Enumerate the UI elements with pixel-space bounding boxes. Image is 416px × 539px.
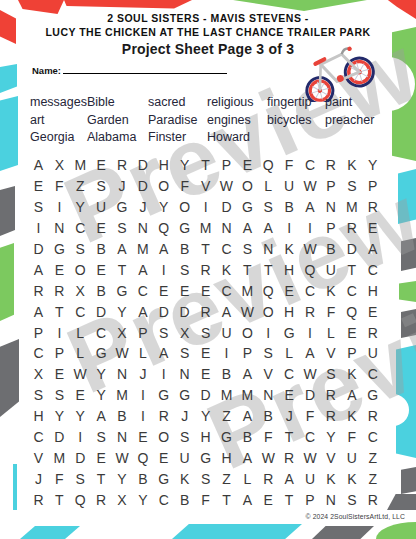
grid-cell: B (112, 406, 133, 427)
grid-cell: Q (341, 301, 362, 322)
grid-cell: G (153, 385, 174, 406)
grid-cell: N (320, 489, 341, 510)
deco-corner-bottom-right (376, 522, 416, 539)
grid-cell: A (28, 155, 49, 176)
deco-stripe-right-gray-c (401, 467, 416, 494)
grid-cell: G (91, 343, 112, 364)
grid-cell: J (132, 364, 153, 385)
grid-cell: A (362, 239, 383, 260)
grid-cell: C (300, 280, 321, 301)
grid-cell: T (49, 301, 70, 322)
grid-cell: Y (153, 197, 174, 218)
grid-cell: R (91, 489, 112, 510)
grid-cell: R (341, 218, 362, 239)
grid-cell: P (320, 176, 341, 197)
grid-cell: O (153, 176, 174, 197)
grid-cell: S (174, 259, 195, 280)
grid-cell: E (174, 280, 195, 301)
grid-cell: I (49, 322, 70, 343)
grid-cell: E (91, 218, 112, 239)
grid-cell: T (279, 427, 300, 448)
grid-cell: E (362, 301, 383, 322)
grid-cell: L (258, 176, 279, 197)
grid-cell: G (49, 239, 70, 260)
grid-cell: W (112, 343, 133, 364)
word-bank-item: engines (207, 113, 267, 127)
grid-cell: K (341, 364, 362, 385)
grid-cell: R (362, 489, 383, 510)
grid-cell: D (28, 239, 49, 260)
grid-cell: S (195, 468, 216, 489)
word-bank-item: art (30, 113, 87, 127)
deco-stripe-left-cyan-a (0, 64, 17, 93)
grid-cell: N (258, 239, 279, 260)
grid-cell: H (195, 427, 216, 448)
grid-cell: S (70, 239, 91, 260)
grid-cell: I (300, 218, 321, 239)
grid-cell: I (132, 406, 153, 427)
grid-cell: C (279, 364, 300, 385)
word-bank-item: messages (30, 95, 87, 109)
grid-cell: B (91, 239, 112, 260)
grid-cell: M (216, 385, 237, 406)
grid-cell: U (216, 322, 237, 343)
grid-cell: U (362, 343, 383, 364)
grid-cell: R (28, 280, 49, 301)
grid-cell: Z (362, 468, 383, 489)
grid-cell: I (49, 197, 70, 218)
grid-cell: R (279, 447, 300, 468)
grid-cell: I (216, 343, 237, 364)
grid-cell: D (216, 197, 237, 218)
grid-cell: R (195, 259, 216, 280)
grid-cell: L (132, 343, 153, 364)
grid-cell: C (362, 259, 383, 280)
deco-stripe-left-gray-b (0, 339, 19, 417)
grid-cell: G (153, 468, 174, 489)
grid-cell: A (279, 468, 300, 489)
grid-cell: S (341, 176, 362, 197)
grid-cell: S (258, 197, 279, 218)
grid-cell: Y (195, 406, 216, 427)
grid-cell: I (153, 364, 174, 385)
grid-cell: F (300, 406, 321, 427)
grid-cell: T (112, 259, 133, 280)
grid-cell: K (174, 468, 195, 489)
grid-cell: E (70, 385, 91, 406)
grid-cell: R (112, 155, 133, 176)
grid-cell: C (91, 322, 112, 343)
deco-stripe-left-green (0, 243, 14, 321)
grid-cell: C (70, 218, 91, 239)
grid-cell: D (341, 239, 362, 260)
deco-stripe-bottom-cyan-b (172, 524, 302, 539)
grid-cell: I (258, 322, 279, 343)
grid-cell: U (174, 447, 195, 468)
grid-cell: S (49, 385, 70, 406)
grid-cell: A (153, 239, 174, 260)
grid-cell: G (216, 427, 237, 448)
grid-cell: U (300, 468, 321, 489)
grid-cell: P (341, 343, 362, 364)
word-bank-item: fingertip (267, 95, 325, 109)
grid-cell: S (237, 239, 258, 260)
grid-cell: C (132, 280, 153, 301)
grid-cell: E (195, 343, 216, 364)
deco-stripe-left-gray-a (0, 186, 15, 236)
grid-cell: Z (216, 406, 237, 427)
grid-cell: Z (70, 176, 91, 197)
word-bank-item: Garden (87, 113, 148, 127)
grid-cell: E (132, 427, 153, 448)
grid-cell: K (341, 468, 362, 489)
grid-cell: R (195, 301, 216, 322)
grid-cell: F (49, 468, 70, 489)
grid-cell: G (362, 385, 383, 406)
grid-cell: C (341, 280, 362, 301)
grid-cell: A (341, 385, 362, 406)
grid-cell: U (279, 176, 300, 197)
title-line-2: LUCY THE CHICKEN AT THE LAST CHANCE TRAI… (0, 26, 416, 38)
grid-cell: N (112, 364, 133, 385)
grid-cell: J (174, 406, 195, 427)
grid-cell: S (174, 427, 195, 448)
word-bank-item: religious (207, 95, 267, 109)
copyright-notice: © 2024 2SoulSistersArtLtd, LLC (306, 513, 405, 520)
grid-cell: A (216, 301, 237, 322)
grid-cell: L (237, 468, 258, 489)
grid-cell: I (153, 259, 174, 280)
word-bank: messagesBiblesacredreligiousfingertippai… (30, 95, 390, 144)
grid-cell: B (174, 239, 195, 260)
grid-cell: E (91, 447, 112, 468)
grid-cell: O (237, 176, 258, 197)
grid-cell: Q (132, 447, 153, 468)
grid-cell: I (28, 218, 49, 239)
grid-cell: E (91, 259, 112, 280)
grid-cell: A (300, 197, 321, 218)
name-label: Name: (32, 65, 61, 76)
grid-cell: P (132, 322, 153, 343)
word-bank-item: paint (325, 95, 390, 109)
grid-cell: J (132, 197, 153, 218)
grid-cell: Y (320, 427, 341, 448)
grid-cell: G (112, 197, 133, 218)
grid-cell: E (279, 280, 300, 301)
grid-cell: Q (70, 489, 91, 510)
grid-cell: A (237, 364, 258, 385)
grid-cell: P (28, 322, 49, 343)
grid-cell: G (174, 218, 195, 239)
grid-cell: C (362, 427, 383, 448)
word-bank-item: sacred (148, 95, 207, 109)
grid-cell: Y (112, 301, 133, 322)
grid-cell: A (132, 301, 153, 322)
grid-cell: D (195, 385, 216, 406)
grid-cell: W (300, 176, 321, 197)
grid-cell: D (153, 301, 174, 322)
grid-cell: R (320, 385, 341, 406)
grid-cell: Q (258, 155, 279, 176)
grid-cell: A (237, 406, 258, 427)
grid-cell: E (279, 385, 300, 406)
grid-cell: U (91, 197, 112, 218)
grid-cell: D (132, 155, 153, 176)
name-blank-line (63, 64, 227, 74)
word-bank-item: Howard (207, 130, 267, 144)
grid-cell: C (300, 155, 321, 176)
grid-cell: Q (153, 218, 174, 239)
grid-cell: V (28, 447, 49, 468)
grid-cell: A (237, 447, 258, 468)
grid-cell: Y (112, 468, 133, 489)
grid-cell: T (195, 155, 216, 176)
grid-cell: X (112, 489, 133, 510)
grid-cell: C (362, 364, 383, 385)
grid-cell: B (258, 406, 279, 427)
grid-cell: Y (70, 197, 91, 218)
deco-stripe-left-cyan-b (0, 96, 18, 171)
grid-cell: A (132, 259, 153, 280)
grid-cell: A (153, 343, 174, 364)
grid-cell: E (258, 489, 279, 510)
grid-cell: D (49, 427, 70, 448)
grid-cell: D (300, 385, 321, 406)
grid-cell: D (70, 447, 91, 468)
grid-cell: W (237, 301, 258, 322)
grid-cell: W (112, 447, 133, 468)
grid-cell: Q (258, 280, 279, 301)
grid-cell: C (153, 489, 174, 510)
grid-cell: G (174, 385, 195, 406)
grid-cell: X (70, 280, 91, 301)
grid-cell: P (49, 343, 70, 364)
grid-cell: Y (174, 155, 195, 176)
grid-cell: G (279, 322, 300, 343)
word-bank-item: bicycles (267, 113, 325, 127)
deco-stripe-bottom-cyan-a (20, 526, 80, 539)
grid-cell: Y (132, 489, 153, 510)
grid-cell: E (195, 280, 216, 301)
grid-cell: L (279, 343, 300, 364)
grid-cell: E (237, 155, 258, 176)
grid-cell: G (112, 280, 133, 301)
grid-cell: O (70, 259, 91, 280)
grid-cell: K (320, 468, 341, 489)
grid-cell: O (258, 301, 279, 322)
word-bank-item: Paradise (148, 113, 207, 127)
grid-cell: J (112, 176, 133, 197)
grid-cell: M (132, 239, 153, 260)
grid-cell: R (362, 197, 383, 218)
grid-cell: E (49, 364, 70, 385)
grid-cell: N (49, 218, 70, 239)
grid-cell: C (28, 427, 49, 448)
word-bank-item: Alabama (87, 130, 148, 144)
grid-cell: R (258, 468, 279, 489)
grid-cell: N (112, 427, 133, 448)
grid-cell: I (195, 197, 216, 218)
title-line-1: 2 SOUL SISTERS - MAVIS STEVENS - (0, 12, 416, 24)
grid-cell: R (362, 322, 383, 343)
grid-cell: L (320, 322, 341, 343)
grid-cell: W (300, 447, 321, 468)
grid-cell: U (320, 259, 341, 280)
grid-cell: N (132, 218, 153, 239)
grid-cell: T (91, 468, 112, 489)
grid-cell: Y (91, 385, 112, 406)
grid-cell: L (70, 322, 91, 343)
grid-cell: K (341, 155, 362, 176)
grid-cell: F (341, 427, 362, 448)
grid-cell: B (132, 468, 153, 489)
grid-cell: S (28, 197, 49, 218)
grid-cell: I (300, 322, 321, 343)
grid-cell: G (195, 447, 216, 468)
grid-cell: K (279, 239, 300, 260)
grid-cell: B (174, 489, 195, 510)
grid-cell: R (320, 155, 341, 176)
grid-cell: P (237, 343, 258, 364)
grid-cell: H (279, 301, 300, 322)
grid-cell: R (153, 406, 174, 427)
grid-cell: F (49, 176, 70, 197)
grid-cell: V (320, 343, 341, 364)
grid-cell: R (49, 280, 70, 301)
grid-cell: M (237, 280, 258, 301)
grid-cell: F (195, 489, 216, 510)
grid-cell: A (237, 218, 258, 239)
grid-cell: X (112, 322, 133, 343)
deco-stripe-right-cyan-a (398, 169, 416, 224)
grid-cell: A (237, 489, 258, 510)
grid-cell: W (258, 447, 279, 468)
grid-cell: H (28, 406, 49, 427)
grid-cell: A (258, 218, 279, 239)
grid-cell: Z (216, 468, 237, 489)
grid-cell: V (320, 447, 341, 468)
grid-cell: R (28, 489, 49, 510)
grid-cell: W (300, 239, 321, 260)
grid-cell: T (258, 259, 279, 280)
grid-cell: B (91, 280, 112, 301)
grid-cell: L (70, 343, 91, 364)
grid-cell: B (279, 197, 300, 218)
grid-cell: J (279, 406, 300, 427)
grid-cell: F (174, 176, 195, 197)
grid-cell: S (91, 176, 112, 197)
grid-cell: W (300, 364, 321, 385)
word-search-grid: AXMERDHYTPEQFCRKYEFZSJDOFVWOLUWPSPSIYUGJ… (28, 155, 383, 510)
grid-cell: C (70, 301, 91, 322)
grid-cell: R (300, 301, 321, 322)
grid-cell: T (195, 239, 216, 260)
grid-cell: K (216, 259, 237, 280)
grid-cell: O (237, 322, 258, 343)
grid-cell: P (216, 155, 237, 176)
grid-cell: V (258, 364, 279, 385)
grid-cell: K (341, 406, 362, 427)
grid-cell: G (237, 197, 258, 218)
grid-cell: X (49, 155, 70, 176)
grid-cell: B (237, 427, 258, 448)
deco-stripe-bottom-gray (312, 526, 374, 539)
grid-cell: T (49, 489, 70, 510)
worksheet-page: Preview Preview Preview 2 SOUL SISTERS -… (0, 0, 416, 539)
grid-cell: B (320, 239, 341, 260)
grid-cell: M (49, 447, 70, 468)
grid-cell: H (216, 447, 237, 468)
grid-cell: Y (91, 364, 112, 385)
grid-cell: E (153, 447, 174, 468)
grid-cell: M (112, 385, 133, 406)
deco-stripe-right-gray-a (401, 238, 416, 271)
grid-cell: V (195, 176, 216, 197)
grid-cell: A (112, 239, 133, 260)
grid-cell: I (132, 385, 153, 406)
word-bank-item: preacher (325, 113, 390, 127)
grid-cell: M (195, 218, 216, 239)
grid-cell: C (28, 343, 49, 364)
grid-cell: S (112, 218, 133, 239)
grid-cell: U (341, 447, 362, 468)
grid-cell: Q (300, 259, 321, 280)
grid-cell: X (174, 322, 195, 343)
grid-cell: M (70, 155, 91, 176)
grid-cell: B (216, 364, 237, 385)
grid-cell: T (237, 259, 258, 280)
grid-cell: E (49, 259, 70, 280)
grid-cell: R (362, 406, 383, 427)
grid-cell: T (279, 489, 300, 510)
grid-cell: C (300, 427, 321, 448)
grid-cell: S (320, 364, 341, 385)
word-bank-item: Georgia (30, 130, 87, 144)
grid-cell: E (28, 176, 49, 197)
grid-cell: D (91, 301, 112, 322)
grid-cell: I (70, 427, 91, 448)
grid-cell: E (153, 280, 174, 301)
grid-cell: H (362, 280, 383, 301)
grid-cell: W (216, 176, 237, 197)
grid-cell: M (341, 197, 362, 218)
grid-cell: P (300, 489, 321, 510)
grid-cell: S (70, 468, 91, 489)
grid-cell: C (216, 280, 237, 301)
grid-cell: F (258, 427, 279, 448)
grid-cell: E (341, 322, 362, 343)
grid-cell: S (341, 489, 362, 510)
grid-cell: A (300, 343, 321, 364)
grid-cell: N (258, 385, 279, 406)
grid-cell: S (153, 322, 174, 343)
grid-cell: A (28, 301, 49, 322)
grid-cell: Y (362, 155, 383, 176)
bicycle-icon (296, 46, 380, 102)
grid-cell: E (362, 218, 383, 239)
grid-cell: S (195, 322, 216, 343)
deco-stripe-right-gray-d (387, 494, 416, 510)
grid-cell: Y (49, 406, 70, 427)
grid-cell: O (174, 197, 195, 218)
grid-cell: R (320, 406, 341, 427)
grid-cell: D (132, 176, 153, 197)
grid-cell: A (28, 259, 49, 280)
grid-cell: D (174, 301, 195, 322)
deco-stripe-right-green-b (399, 281, 416, 302)
grid-cell: S (258, 343, 279, 364)
grid-cell: P (362, 176, 383, 197)
